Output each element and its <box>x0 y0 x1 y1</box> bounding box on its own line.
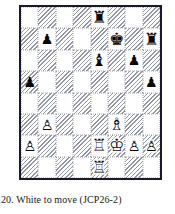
square-d7 <box>73 28 90 49</box>
square-f1 <box>108 157 125 178</box>
square-c3 <box>56 114 73 135</box>
white-king-f2: ♔♔ <box>109 137 124 154</box>
square-d1 <box>73 157 90 178</box>
square-f3: ♗♗ <box>108 114 125 135</box>
figure-caption: 20. White to move (JCP26-2) <box>1 194 174 205</box>
square-g1 <box>125 157 142 178</box>
square-e8: ♜ <box>91 7 108 28</box>
black-pawn-b7: ♟ <box>41 32 54 46</box>
white-pawn-a2: ♙♙ <box>23 139 36 153</box>
square-h3 <box>143 114 160 135</box>
white-pawn-g2: ♙♙ <box>128 139 141 153</box>
square-a8 <box>21 7 38 28</box>
square-g2: ♙♙ <box>125 135 142 156</box>
square-c7 <box>56 28 73 49</box>
spellcheck-squiggle <box>91 70 143 72</box>
white-piece-outline: ♖ <box>92 159 107 176</box>
square-g5 <box>125 71 142 92</box>
square-d3 <box>73 114 90 135</box>
white-piece-outline: ♗ <box>109 116 124 133</box>
square-e6: ♝ <box>91 50 108 71</box>
white-piece-outline: ♙ <box>128 139 141 153</box>
white-pawn-h2: ♙♙ <box>145 139 158 153</box>
square-f2: ♔♔ <box>108 135 125 156</box>
square-g6: ♟ <box>125 50 142 71</box>
square-e5 <box>91 71 108 92</box>
square-d4 <box>73 93 90 114</box>
square-g4 <box>125 93 142 114</box>
square-e1: ♖♖ <box>91 157 108 178</box>
spellcheck-squiggle <box>91 156 161 158</box>
white-piece-outline: ♖ <box>92 137 107 154</box>
white-rook-e1: ♖♖ <box>92 159 107 176</box>
square-c4 <box>56 93 73 114</box>
black-pawn-a5: ♟ <box>23 75 36 89</box>
square-b1 <box>38 157 55 178</box>
square-h1 <box>143 157 160 178</box>
square-e7 <box>91 28 108 49</box>
white-pawn-b3: ♙♙ <box>41 118 54 132</box>
square-a4 <box>21 93 38 114</box>
chess-board: ♜♟♚♜♝♟♟♟♙♙♗♗♙♙♖♖♔♔♙♙♙♙♖♖ <box>19 5 162 180</box>
square-f5 <box>108 71 125 92</box>
square-d5 <box>73 71 90 92</box>
square-h6 <box>143 50 160 71</box>
white-piece-outline: ♙ <box>145 139 158 153</box>
white-bishop-f3: ♗♗ <box>109 116 124 133</box>
square-a1 <box>21 157 38 178</box>
black-pawn-g6: ♟ <box>128 53 141 67</box>
square-c5 <box>56 71 73 92</box>
black-king-f7: ♚ <box>109 31 124 48</box>
black-rook-h7: ♜ <box>144 31 159 48</box>
square-b6 <box>38 50 55 71</box>
black-rook-e8: ♜ <box>92 9 107 26</box>
square-b4 <box>38 93 55 114</box>
square-c1 <box>56 157 73 178</box>
square-a5: ♟ <box>21 71 38 92</box>
square-a2: ♙♙ <box>21 135 38 156</box>
square-h2: ♙♙ <box>143 135 160 156</box>
square-g8 <box>125 7 142 28</box>
square-e2: ♖♖ <box>91 135 108 156</box>
square-b5 <box>38 71 55 92</box>
square-f7: ♚ <box>108 28 125 49</box>
white-piece-outline: ♙ <box>23 139 36 153</box>
square-f8 <box>108 7 125 28</box>
white-piece-outline: ♙ <box>41 118 54 132</box>
square-b7: ♟ <box>38 28 55 49</box>
square-f6 <box>108 50 125 71</box>
square-h8 <box>143 7 160 28</box>
black-bishop-e6: ♝ <box>92 52 107 69</box>
square-d6 <box>73 50 90 71</box>
square-a6 <box>21 50 38 71</box>
black-pawn-h5: ♟ <box>145 75 158 89</box>
square-b8 <box>38 7 55 28</box>
square-d8 <box>73 7 90 28</box>
square-d2 <box>73 135 90 156</box>
square-h5: ♟ <box>143 71 160 92</box>
square-c2 <box>56 135 73 156</box>
spellcheck-squiggle <box>108 49 160 51</box>
white-rook-e2: ♖♖ <box>92 137 107 154</box>
square-h7: ♜ <box>143 28 160 49</box>
square-a7 <box>21 28 38 49</box>
square-b2 <box>38 135 55 156</box>
square-c8 <box>56 7 73 28</box>
square-e3 <box>91 114 108 135</box>
square-f4 <box>108 93 125 114</box>
square-a3 <box>21 114 38 135</box>
square-h4 <box>143 93 160 114</box>
white-piece-outline: ♔ <box>109 137 124 154</box>
square-c6 <box>56 50 73 71</box>
square-b3: ♙♙ <box>38 114 55 135</box>
square-g3 <box>125 114 142 135</box>
square-g7 <box>125 28 142 49</box>
square-e4 <box>91 93 108 114</box>
